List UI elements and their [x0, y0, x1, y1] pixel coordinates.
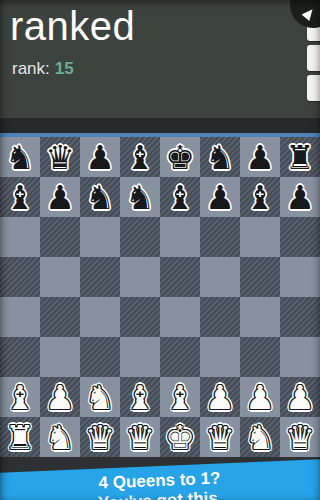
piece-white-bishop: ♝	[160, 377, 200, 417]
square-a3[interactable]	[0, 337, 40, 377]
piece-black-bishop: ♝	[160, 177, 200, 217]
square-h5[interactable]	[280, 257, 320, 297]
piece-white-pawn: ♟	[280, 377, 320, 417]
square-f5[interactable]	[200, 257, 240, 297]
square-c3[interactable]	[80, 337, 120, 377]
square-d7[interactable]: ♞	[120, 177, 160, 217]
piece-white-queen: ♛	[120, 417, 160, 457]
square-d2[interactable]: ♝	[120, 377, 160, 417]
square-b3[interactable]	[40, 337, 80, 377]
piece-white-king: ♚	[160, 417, 200, 457]
square-b5[interactable]	[40, 257, 80, 297]
square-f4[interactable]	[200, 297, 240, 337]
square-a8[interactable]: ♞	[0, 137, 40, 177]
square-a4[interactable]	[0, 297, 40, 337]
piece-black-knight: ♞	[120, 177, 160, 217]
piece-black-queen: ♛	[40, 137, 80, 177]
piece-white-queen: ♛	[200, 417, 240, 457]
piece-white-bishop: ♝	[120, 377, 160, 417]
square-h4[interactable]	[280, 297, 320, 337]
page-title: ranked	[10, 4, 135, 49]
piece-black-knight: ♞	[80, 177, 120, 217]
corner-arrow-icon	[302, 6, 317, 21]
square-c2[interactable]: ♞	[80, 377, 120, 417]
square-h2[interactable]: ♟	[280, 377, 320, 417]
square-g4[interactable]	[240, 297, 280, 337]
piece-black-pawn: ♟	[80, 137, 120, 177]
piece-white-pawn: ♟	[40, 377, 80, 417]
piece-white-pawn: ♟	[240, 377, 280, 417]
square-c8[interactable]: ♟	[80, 137, 120, 177]
piece-white-knight: ♞	[240, 417, 280, 457]
square-b1[interactable]: ♞	[40, 417, 80, 457]
piece-black-pawn: ♟	[200, 177, 240, 217]
piece-black-bishop: ♝	[240, 177, 280, 217]
square-a1[interactable]: ♜	[0, 417, 40, 457]
square-f3[interactable]	[200, 337, 240, 377]
square-c1[interactable]: ♛	[80, 417, 120, 457]
piece-white-pawn: ♟	[200, 377, 240, 417]
corner-button[interactable]	[290, 0, 320, 28]
chess-board: ♞♛♟♝♚♞♟♜♝♟♞♞♝♟♝♟♝♟♞♝♝♟♟♟♜♞♛♛♚♛♞♛	[0, 137, 320, 457]
side-tray[interactable]	[307, 18, 320, 101]
square-c5[interactable]	[80, 257, 120, 297]
rank-value: 15	[55, 59, 74, 78]
board-frame: ♞♛♟♝♚♞♟♜♝♟♞♞♝♟♝♟♝♟♞♝♝♟♟♟♜♞♛♛♚♛♞♛	[0, 118, 320, 500]
square-b7[interactable]: ♟	[40, 177, 80, 217]
piece-black-bishop: ♝	[120, 137, 160, 177]
square-h3[interactable]	[280, 337, 320, 377]
piece-white-knight: ♞	[40, 417, 80, 457]
square-f8[interactable]: ♞	[200, 137, 240, 177]
header: ranked rank:15	[0, 0, 320, 118]
square-e8[interactable]: ♚	[160, 137, 200, 177]
square-e2[interactable]: ♝	[160, 377, 200, 417]
square-e1[interactable]: ♚	[160, 417, 200, 457]
square-b8[interactable]: ♛	[40, 137, 80, 177]
piece-black-king: ♚	[160, 137, 200, 177]
square-e6[interactable]	[160, 217, 200, 257]
square-h8[interactable]: ♜	[280, 137, 320, 177]
square-g7[interactable]: ♝	[240, 177, 280, 217]
square-c6[interactable]	[80, 217, 120, 257]
square-d5[interactable]	[120, 257, 160, 297]
rank-label: rank:	[12, 59, 50, 78]
square-a6[interactable]	[0, 217, 40, 257]
square-g8[interactable]: ♟	[240, 137, 280, 177]
square-f6[interactable]	[200, 217, 240, 257]
square-d4[interactable]	[120, 297, 160, 337]
square-d1[interactable]: ♛	[120, 417, 160, 457]
piece-black-knight: ♞	[200, 137, 240, 177]
piece-white-rook: ♜	[0, 417, 40, 457]
piece-black-pawn: ♟	[240, 137, 280, 177]
tray-slot[interactable]	[307, 45, 320, 71]
square-e7[interactable]: ♝	[160, 177, 200, 217]
square-f7[interactable]: ♟	[200, 177, 240, 217]
piece-white-knight: ♞	[80, 377, 120, 417]
board-frame-top	[0, 118, 320, 133]
square-b6[interactable]	[40, 217, 80, 257]
piece-black-rook: ♜	[280, 137, 320, 177]
square-a2[interactable]: ♝	[0, 377, 40, 417]
square-c4[interactable]	[80, 297, 120, 337]
square-a7[interactable]: ♝	[0, 177, 40, 217]
square-f2[interactable]: ♟	[200, 377, 240, 417]
app-screen: ranked rank:15 ♞♛♟♝♚♞♟♜♝♟♞♞♝♟♝♟♝♟♞♝♝♟♟♟♜…	[0, 0, 320, 500]
piece-black-pawn: ♟	[40, 177, 80, 217]
square-g2[interactable]: ♟	[240, 377, 280, 417]
square-e4[interactable]	[160, 297, 200, 337]
square-f1[interactable]: ♛	[200, 417, 240, 457]
piece-black-pawn: ♟	[280, 177, 320, 217]
piece-white-queen: ♛	[280, 417, 320, 457]
square-e5[interactable]	[160, 257, 200, 297]
square-g6[interactable]	[240, 217, 280, 257]
square-c7[interactable]: ♞	[80, 177, 120, 217]
square-g5[interactable]	[240, 257, 280, 297]
piece-white-bishop: ♝	[0, 377, 40, 417]
square-b2[interactable]: ♟	[40, 377, 80, 417]
square-g3[interactable]	[240, 337, 280, 377]
square-d8[interactable]: ♝	[120, 137, 160, 177]
piece-black-knight: ♞	[0, 137, 40, 177]
square-b4[interactable]	[40, 297, 80, 337]
rank-line: rank:15	[12, 59, 74, 79]
square-h1[interactable]: ♛	[280, 417, 320, 457]
square-d6[interactable]	[120, 217, 160, 257]
square-a5[interactable]	[0, 257, 40, 297]
square-h7[interactable]: ♟	[280, 177, 320, 217]
square-g1[interactable]: ♞	[240, 417, 280, 457]
square-e3[interactable]	[160, 337, 200, 377]
square-h6[interactable]	[280, 217, 320, 257]
piece-white-queen: ♛	[80, 417, 120, 457]
piece-black-bishop: ♝	[0, 177, 40, 217]
tray-slot[interactable]	[307, 75, 320, 101]
square-d3[interactable]	[120, 337, 160, 377]
